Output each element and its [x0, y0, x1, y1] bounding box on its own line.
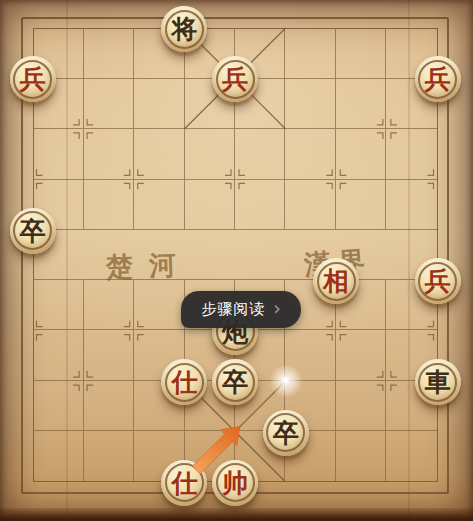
board-cell [84, 431, 134, 481]
board-cell [386, 180, 436, 230]
piece-black-soldier[interactable]: 卒 [263, 410, 309, 456]
board-cell [34, 330, 84, 380]
piece-red-soldier[interactable]: 兵 [10, 56, 56, 102]
board-cell [285, 129, 335, 179]
piece-red-general[interactable]: 帅 [212, 460, 258, 506]
board-cell [84, 280, 134, 330]
board-cell [336, 381, 386, 431]
board-cell [134, 280, 184, 330]
piece-black-soldier[interactable]: 卒 [10, 208, 56, 254]
board-cell [34, 129, 84, 179]
board-cell [336, 180, 386, 230]
board-cell [134, 180, 184, 230]
board-cell [336, 29, 386, 79]
board-cell [386, 129, 436, 179]
piece-red-soldier[interactable]: 兵 [415, 258, 461, 304]
board-cell [235, 129, 285, 179]
piece-red-advisor[interactable]: 仕 [161, 460, 207, 506]
board-cell [84, 330, 134, 380]
board-cell [34, 381, 84, 431]
board-cell [235, 230, 285, 280]
board-cell [185, 129, 235, 179]
board-cell [84, 79, 134, 129]
board-cell [285, 29, 335, 79]
piece-black-soldier[interactable]: 卒 [212, 359, 258, 405]
board-cell [336, 79, 386, 129]
board-cell [84, 180, 134, 230]
board-bottom-edge [0, 508, 473, 521]
board-cell [336, 129, 386, 179]
board-cell [285, 79, 335, 129]
board-cell [34, 431, 84, 481]
board-cell [285, 180, 335, 230]
board-cell [134, 79, 184, 129]
board-cell [336, 330, 386, 380]
step-reading-label: 步骤阅读 [201, 300, 265, 319]
board-cell [285, 330, 335, 380]
chevron-right-icon: › [273, 299, 281, 318]
step-reading-button[interactable]: 步骤阅读 › [181, 291, 301, 328]
board-cell [34, 280, 84, 330]
board-cell [84, 29, 134, 79]
board-cell [386, 431, 436, 481]
board-cell [134, 129, 184, 179]
board-cell [84, 230, 134, 280]
board-cell [84, 129, 134, 179]
board-cell [185, 230, 235, 280]
board-cell [185, 180, 235, 230]
board-cell [336, 431, 386, 481]
xiangqi-board: 楚河 漢界 将兵兵兵卒相兵炮仕卒車卒仕帅 ✦ 步骤阅读 › [0, 0, 473, 521]
board-cell [134, 230, 184, 280]
piece-black-chariot[interactable]: 車 [415, 359, 461, 405]
board-cell [84, 381, 134, 431]
piece-red-soldier[interactable]: 兵 [415, 56, 461, 102]
board-cell [235, 180, 285, 230]
